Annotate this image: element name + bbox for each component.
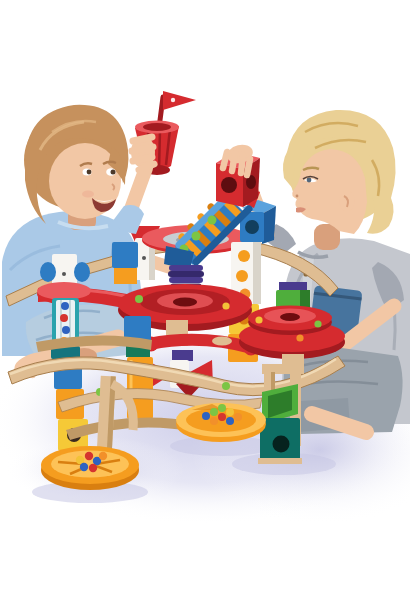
catch-tray-center [176, 403, 266, 442]
block-orange-upper-left [114, 268, 137, 284]
marble [61, 302, 69, 310]
block-purple-small [172, 350, 193, 361]
cube-hole [221, 177, 237, 193]
flag [163, 91, 196, 110]
right-child-nostril [296, 195, 299, 198]
photo-canvas: Hape [0, 0, 410, 610]
marble [192, 232, 201, 241]
catch-tray-left [41, 446, 139, 490]
marble [255, 316, 262, 323]
wing-clip-right [74, 262, 90, 282]
right-child-head [283, 110, 396, 234]
wing-clip-left [40, 262, 56, 282]
block-purple-band [279, 282, 307, 291]
marble [296, 334, 303, 341]
marble [222, 302, 229, 309]
block-blue-upper-left [112, 242, 138, 268]
spiral-funnel-right [239, 306, 345, 360]
marble [62, 326, 70, 334]
accordion-connector [171, 268, 201, 286]
right-child-ear [340, 191, 355, 212]
marble [314, 320, 321, 327]
marble [222, 382, 230, 390]
left-child-head [24, 105, 128, 224]
marble [135, 295, 143, 303]
photo: Hape [0, 0, 410, 610]
marble [60, 314, 68, 322]
held-cube-block [216, 142, 260, 207]
marble [208, 216, 217, 225]
flag-logo [171, 98, 175, 102]
